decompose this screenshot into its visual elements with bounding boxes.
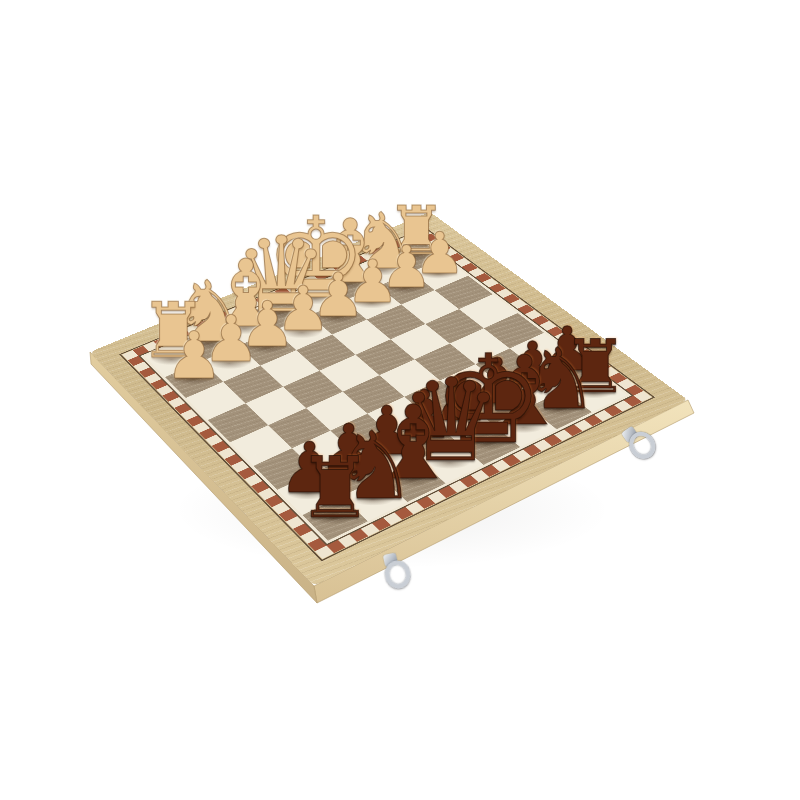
piece-shadow — [363, 451, 407, 464]
piece-shadow — [171, 374, 214, 386]
piece-shadow — [281, 327, 321, 339]
piece-shadow — [187, 338, 228, 350]
piece-shadow — [208, 358, 250, 370]
piece-shadow — [285, 487, 331, 500]
product-photo-stage: ♜♞♝♛♚♝♞♜♟♟♟♟♟♟♟♟♟♟♟♟♟♟♟♟♜♞♝♛♚♝♞♜ — [0, 0, 800, 800]
piece-shadow — [419, 269, 457, 280]
piece-shadow — [389, 474, 434, 487]
piece-shadow — [475, 399, 516, 411]
piece-shadow — [396, 251, 433, 262]
piece-shadow — [329, 279, 368, 290]
piece-shadow — [511, 382, 552, 394]
piece-shadow — [502, 421, 544, 433]
piece-shadow — [386, 283, 424, 294]
piece-shadow — [324, 468, 369, 481]
piece-shadow — [245, 342, 286, 354]
piece-shadow — [363, 265, 401, 276]
piece-shadow — [352, 297, 391, 308]
piece-shadow — [310, 512, 357, 525]
piece-shadow — [350, 493, 396, 506]
piece-shadow — [538, 404, 579, 416]
piece-shadow — [573, 387, 613, 399]
piece-shadow — [150, 353, 192, 365]
piece-shadow — [224, 323, 265, 335]
